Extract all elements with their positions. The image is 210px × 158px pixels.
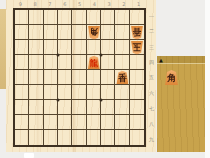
board-cell[interactable]	[58, 40, 72, 55]
board-cell[interactable]	[58, 100, 72, 115]
board-cell[interactable]	[58, 55, 72, 70]
board-cell[interactable]	[44, 85, 58, 100]
board-cell[interactable]	[130, 85, 144, 100]
board-cell[interactable]	[115, 115, 129, 130]
board-cell[interactable]	[29, 55, 43, 70]
board-cell[interactable]	[72, 85, 86, 100]
file-labels: 9 8 7 6 5 4 3 2 1	[13, 0, 146, 8]
star-point	[100, 99, 103, 102]
board-cell[interactable]	[44, 40, 58, 55]
board-cell[interactable]	[44, 55, 58, 70]
board-cell[interactable]	[44, 70, 58, 85]
board-cell[interactable]	[130, 130, 144, 145]
board-cell[interactable]	[15, 55, 29, 70]
board-cell[interactable]	[29, 85, 43, 100]
star-point	[56, 99, 59, 102]
rank-label: 六	[147, 85, 156, 100]
board-cell[interactable]	[101, 25, 115, 40]
board-cell[interactable]	[130, 100, 144, 115]
board-cell[interactable]	[72, 40, 86, 55]
right-margin	[205, 0, 210, 158]
board-cell[interactable]	[87, 130, 101, 145]
board-cell[interactable]	[101, 100, 115, 115]
rank-label: 一	[147, 8, 156, 23]
shogi-board-panel: 9 8 7 6 5 4 3 2 1 角香玉龍香 一 二 三 四 五 六 七 八 …	[6, 0, 156, 152]
board-cell[interactable]	[72, 55, 86, 70]
board-cell[interactable]	[130, 55, 144, 70]
board-cell[interactable]	[44, 100, 58, 115]
hand-piece-kanji: 角	[167, 72, 176, 83]
board-cell[interactable]	[44, 130, 58, 145]
ui-chip	[24, 153, 34, 158]
rank-label: 七	[147, 101, 156, 116]
board-cell[interactable]	[15, 70, 29, 85]
rank-label: 九	[147, 132, 156, 147]
rank-label: 四	[147, 54, 156, 69]
star-point	[56, 53, 59, 56]
board-cell[interactable]	[15, 40, 29, 55]
board-cell[interactable]	[29, 10, 43, 25]
board-cell[interactable]	[29, 70, 43, 85]
board-cell[interactable]	[101, 115, 115, 130]
board-cell[interactable]	[130, 10, 144, 25]
board-cell[interactable]	[58, 85, 72, 100]
board-cell[interactable]	[72, 10, 86, 25]
board-cell[interactable]	[44, 25, 58, 40]
file-label: 5	[72, 0, 87, 8]
board-cell[interactable]	[130, 115, 144, 130]
board-cell[interactable]	[101, 40, 115, 55]
board-cell[interactable]	[87, 40, 101, 55]
board-cell[interactable]	[115, 10, 129, 25]
board-cell[interactable]	[115, 55, 129, 70]
board-cell[interactable]	[15, 85, 29, 100]
board-cell[interactable]	[115, 100, 129, 115]
board-cell[interactable]	[58, 10, 72, 25]
shogi-piece-1二[interactable]: 香	[130, 25, 144, 40]
sente-turn-marker: ▲	[159, 57, 163, 63]
board-cell[interactable]	[101, 70, 115, 85]
board-cell[interactable]	[15, 10, 29, 25]
rank-label: 五	[147, 70, 156, 85]
board-cell[interactable]	[15, 100, 29, 115]
sente-komadai: ▲ 角	[157, 56, 205, 152]
board-cell[interactable]	[44, 10, 58, 25]
board-cell[interactable]	[130, 70, 144, 85]
board-cell[interactable]	[101, 55, 115, 70]
hand-piece-bishop[interactable]: 角	[165, 70, 178, 85]
shogi-app: 9 8 7 6 5 4 3 2 1 角香玉龍香 一 二 三 四 五 六 七 八 …	[0, 0, 210, 158]
board-cell[interactable]	[44, 115, 58, 130]
file-label: 6	[57, 0, 72, 8]
board-cell[interactable]	[115, 85, 129, 100]
shogi-piece-4四[interactable]: 龍	[87, 55, 101, 70]
rank-label: 二	[147, 23, 156, 38]
shogi-board-grid[interactable]: 角香玉龍香	[13, 8, 146, 147]
board-cell[interactable]	[29, 25, 43, 40]
file-label: 4	[87, 0, 102, 8]
board-cell[interactable]	[115, 25, 129, 40]
rank-label: 八	[147, 116, 156, 131]
board-cell[interactable]	[87, 115, 101, 130]
board-cell[interactable]	[29, 115, 43, 130]
board-cell[interactable]	[29, 100, 43, 115]
board-cell[interactable]	[72, 70, 86, 85]
file-label: 7	[43, 0, 58, 8]
board-cell[interactable]	[15, 115, 29, 130]
file-label: 1	[131, 0, 146, 8]
board-cell[interactable]	[115, 40, 129, 55]
file-label: 2	[116, 0, 131, 8]
rank-label: 三	[147, 39, 156, 54]
board-cell[interactable]	[58, 70, 72, 85]
board-cell[interactable]	[87, 70, 101, 85]
board-cell[interactable]	[58, 115, 72, 130]
shogi-piece-1三[interactable]: 玉	[130, 40, 144, 55]
board-cell[interactable]	[29, 130, 43, 145]
board-cell[interactable]	[72, 115, 86, 130]
board-cell[interactable]	[87, 10, 101, 25]
board-cell[interactable]	[58, 130, 72, 145]
board-cell[interactable]	[72, 100, 86, 115]
shogi-piece-2五[interactable]: 香	[115, 70, 129, 85]
board-cell[interactable]	[15, 25, 29, 40]
board-cell[interactable]	[87, 85, 101, 100]
rank-labels: 一 二 三 四 五 六 七 八 九	[147, 8, 156, 147]
file-label: 9	[13, 0, 28, 8]
file-label: 8	[28, 0, 43, 8]
board-cell[interactable]	[101, 85, 115, 100]
board-cell[interactable]	[72, 130, 86, 145]
board-cell[interactable]	[115, 130, 129, 145]
board-cell[interactable]	[87, 100, 101, 115]
board-cell[interactable]	[72, 25, 86, 40]
board-cell[interactable]	[15, 130, 29, 145]
shogi-piece-4二[interactable]: 角	[87, 25, 101, 40]
board-cell[interactable]	[101, 10, 115, 25]
board-cell[interactable]	[58, 25, 72, 40]
board-cell[interactable]	[101, 130, 115, 145]
file-label: 3	[102, 0, 117, 8]
board-cell[interactable]	[29, 40, 43, 55]
